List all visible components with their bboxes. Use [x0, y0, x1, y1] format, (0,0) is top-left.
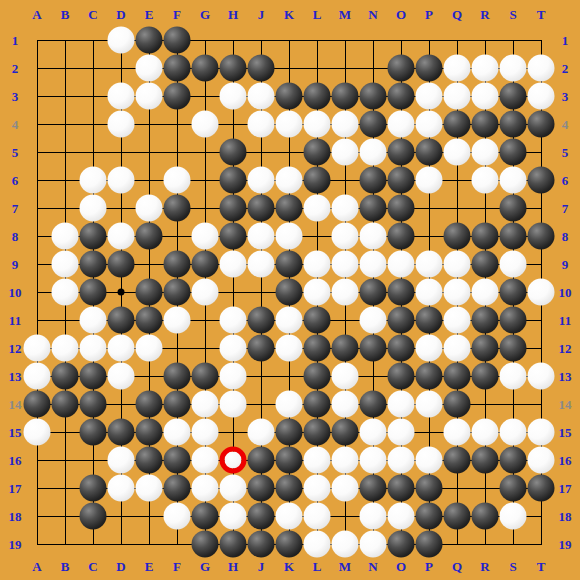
- white-stone-C12[interactable]: [80, 335, 107, 362]
- black-stone-S12[interactable]: [500, 335, 527, 362]
- white-stone-N19[interactable]: [360, 531, 387, 558]
- white-stone-O16[interactable]: [388, 447, 415, 474]
- white-stone-E12[interactable]: [136, 335, 163, 362]
- white-stone-P4[interactable]: [416, 111, 443, 138]
- black-stone-J19[interactable]: [248, 531, 275, 558]
- black-stone-O19[interactable]: [388, 531, 415, 558]
- black-stone-J17[interactable]: [248, 475, 275, 502]
- row-label-left: 15: [9, 426, 22, 439]
- black-stone-F1[interactable]: [164, 27, 191, 54]
- white-stone-T15[interactable]: [528, 419, 555, 446]
- black-stone-M3[interactable]: [332, 83, 359, 110]
- white-stone-M14[interactable]: [332, 391, 359, 418]
- white-stone-L18[interactable]: [304, 503, 331, 530]
- white-stone-Q10[interactable]: [444, 279, 471, 306]
- row-label-left: 1: [12, 34, 19, 47]
- column-label-top: M: [339, 8, 351, 21]
- white-stone-Q2[interactable]: [444, 55, 471, 82]
- white-stone-N9[interactable]: [360, 251, 387, 278]
- white-stone-N8[interactable]: [360, 223, 387, 250]
- black-stone-P17[interactable]: [416, 475, 443, 502]
- black-stone-F17[interactable]: [164, 475, 191, 502]
- black-stone-N3[interactable]: [360, 83, 387, 110]
- row-label-right: 16: [559, 454, 572, 467]
- white-stone-F11[interactable]: [164, 307, 191, 334]
- white-stone-J3[interactable]: [248, 83, 275, 110]
- black-stone-C17[interactable]: [80, 475, 107, 502]
- white-stone-K11[interactable]: [276, 307, 303, 334]
- black-stone-R13[interactable]: [472, 363, 499, 390]
- row-label-left: 13: [9, 370, 22, 383]
- black-stone-K9[interactable]: [276, 251, 303, 278]
- white-stone-Q9[interactable]: [444, 251, 471, 278]
- white-stone-M7[interactable]: [332, 195, 359, 222]
- white-stone-N5[interactable]: [360, 139, 387, 166]
- white-stone-N18[interactable]: [360, 503, 387, 530]
- black-stone-O7[interactable]: [388, 195, 415, 222]
- column-label-top: B: [61, 8, 70, 21]
- white-stone-F18[interactable]: [164, 503, 191, 530]
- white-stone-B9[interactable]: [52, 251, 79, 278]
- black-stone-C18[interactable]: [80, 503, 107, 530]
- white-stone-D12[interactable]: [108, 335, 135, 362]
- black-stone-T6[interactable]: [528, 167, 555, 194]
- black-stone-K17[interactable]: [276, 475, 303, 502]
- row-label-left: 3: [12, 90, 19, 103]
- white-stone-P12[interactable]: [416, 335, 443, 362]
- column-label-bottom: A: [32, 560, 41, 573]
- black-stone-E14[interactable]: [136, 391, 163, 418]
- white-stone-G4[interactable]: [192, 111, 219, 138]
- black-stone-E16[interactable]: [136, 447, 163, 474]
- white-stone-M5[interactable]: [332, 139, 359, 166]
- white-stone-K6[interactable]: [276, 167, 303, 194]
- white-stone-J15[interactable]: [248, 419, 275, 446]
- black-stone-P2[interactable]: [416, 55, 443, 82]
- column-label-top: K: [284, 8, 294, 21]
- white-stone-L7[interactable]: [304, 195, 331, 222]
- white-stone-L17[interactable]: [304, 475, 331, 502]
- black-stone-C13[interactable]: [80, 363, 107, 390]
- white-stone-G10[interactable]: [192, 279, 219, 306]
- black-stone-K3[interactable]: [276, 83, 303, 110]
- black-stone-Q16[interactable]: [444, 447, 471, 474]
- white-stone-M19[interactable]: [332, 531, 359, 558]
- white-stone-N15[interactable]: [360, 419, 387, 446]
- black-stone-D11[interactable]: [108, 307, 135, 334]
- white-stone-A15[interactable]: [24, 419, 51, 446]
- column-label-bottom: S: [509, 560, 516, 573]
- black-stone-E15[interactable]: [136, 419, 163, 446]
- black-stone-N12[interactable]: [360, 335, 387, 362]
- white-stone-S9[interactable]: [500, 251, 527, 278]
- black-stone-G18[interactable]: [192, 503, 219, 530]
- black-stone-O5[interactable]: [388, 139, 415, 166]
- column-label-bottom: D: [116, 560, 125, 573]
- black-stone-C9[interactable]: [80, 251, 107, 278]
- white-stone-G16[interactable]: [192, 447, 219, 474]
- black-stone-F14[interactable]: [164, 391, 191, 418]
- column-label-bottom: E: [145, 560, 154, 573]
- white-stone-D8[interactable]: [108, 223, 135, 250]
- white-stone-E17[interactable]: [136, 475, 163, 502]
- black-stone-P11[interactable]: [416, 307, 443, 334]
- row-label-right: 4: [562, 118, 569, 131]
- column-label-top: L: [313, 8, 322, 21]
- black-stone-J11[interactable]: [248, 307, 275, 334]
- column-label-top: D: [116, 8, 125, 21]
- column-label-top: H: [228, 8, 238, 21]
- black-stone-S4[interactable]: [500, 111, 527, 138]
- white-stone-A12[interactable]: [24, 335, 51, 362]
- row-label-right: 10: [559, 286, 572, 299]
- white-stone-G8[interactable]: [192, 223, 219, 250]
- black-stone-E10[interactable]: [136, 279, 163, 306]
- black-stone-H5[interactable]: [220, 139, 247, 166]
- white-stone-M10[interactable]: [332, 279, 359, 306]
- white-stone-Q11[interactable]: [444, 307, 471, 334]
- black-stone-F10[interactable]: [164, 279, 191, 306]
- white-stone-P9[interactable]: [416, 251, 443, 278]
- black-stone-T8[interactable]: [528, 223, 555, 250]
- black-stone-D15[interactable]: [108, 419, 135, 446]
- white-stone-Q15[interactable]: [444, 419, 471, 446]
- white-stone-M8[interactable]: [332, 223, 359, 250]
- white-stone-A13[interactable]: [24, 363, 51, 390]
- white-stone-H18[interactable]: [220, 503, 247, 530]
- row-label-left: 12: [9, 342, 22, 355]
- white-stone-L16[interactable]: [304, 447, 331, 474]
- row-label-right: 9: [562, 258, 569, 271]
- black-stone-G2[interactable]: [192, 55, 219, 82]
- black-stone-N10[interactable]: [360, 279, 387, 306]
- white-stone-B12[interactable]: [52, 335, 79, 362]
- black-stone-C15[interactable]: [80, 419, 107, 446]
- black-stone-O2[interactable]: [388, 55, 415, 82]
- row-label-left: 5: [12, 146, 19, 159]
- black-stone-H7[interactable]: [220, 195, 247, 222]
- white-stone-Q12[interactable]: [444, 335, 471, 362]
- white-stone-J8[interactable]: [248, 223, 275, 250]
- white-stone-P10[interactable]: [416, 279, 443, 306]
- white-stone-R5[interactable]: [472, 139, 499, 166]
- row-label-right: 2: [562, 62, 569, 75]
- black-stone-L6[interactable]: [304, 167, 331, 194]
- white-stone-K4[interactable]: [276, 111, 303, 138]
- black-stone-O12[interactable]: [388, 335, 415, 362]
- white-stone-K14[interactable]: [276, 391, 303, 418]
- column-label-top: J: [258, 8, 265, 21]
- black-stone-C10[interactable]: [80, 279, 107, 306]
- column-label-bottom: T: [537, 560, 546, 573]
- column-label-bottom: F: [173, 560, 181, 573]
- black-stone-R11[interactable]: [472, 307, 499, 334]
- go-board[interactable]: AABBCCDDEEFFGGHHJJKKLLMMNNOOPPQQRRSSTT11…: [0, 0, 580, 580]
- black-stone-N6[interactable]: [360, 167, 387, 194]
- white-stone-S13[interactable]: [500, 363, 527, 390]
- column-label-bottom: R: [480, 560, 489, 573]
- white-stone-P3[interactable]: [416, 83, 443, 110]
- white-stone-T2[interactable]: [528, 55, 555, 82]
- black-stone-C14[interactable]: [80, 391, 107, 418]
- column-label-top: S: [509, 8, 516, 21]
- white-stone-L19[interactable]: [304, 531, 331, 558]
- black-stone-Q18[interactable]: [444, 503, 471, 530]
- black-stone-O8[interactable]: [388, 223, 415, 250]
- white-stone-S2[interactable]: [500, 55, 527, 82]
- column-label-top: N: [368, 8, 377, 21]
- black-stone-P19[interactable]: [416, 531, 443, 558]
- black-stone-M15[interactable]: [332, 419, 359, 446]
- black-stone-E11[interactable]: [136, 307, 163, 334]
- white-stone-R10[interactable]: [472, 279, 499, 306]
- white-stone-G17[interactable]: [192, 475, 219, 502]
- black-stone-O10[interactable]: [388, 279, 415, 306]
- white-stone-H12[interactable]: [220, 335, 247, 362]
- black-stone-H2[interactable]: [220, 55, 247, 82]
- black-stone-A14[interactable]: [24, 391, 51, 418]
- column-label-bottom: P: [425, 560, 433, 573]
- white-stone-O15[interactable]: [388, 419, 415, 446]
- black-stone-G13[interactable]: [192, 363, 219, 390]
- black-stone-K15[interactable]: [276, 419, 303, 446]
- black-stone-S17[interactable]: [500, 475, 527, 502]
- black-stone-J12[interactable]: [248, 335, 275, 362]
- black-stone-H19[interactable]: [220, 531, 247, 558]
- black-stone-K7[interactable]: [276, 195, 303, 222]
- black-stone-F16[interactable]: [164, 447, 191, 474]
- black-stone-S11[interactable]: [500, 307, 527, 334]
- white-stone-T3[interactable]: [528, 83, 555, 110]
- black-stone-S16[interactable]: [500, 447, 527, 474]
- black-stone-F9[interactable]: [164, 251, 191, 278]
- black-stone-R4[interactable]: [472, 111, 499, 138]
- black-stone-O3[interactable]: [388, 83, 415, 110]
- column-label-bottom: G: [200, 560, 210, 573]
- black-stone-R16[interactable]: [472, 447, 499, 474]
- white-stone-M9[interactable]: [332, 251, 359, 278]
- black-stone-R18[interactable]: [472, 503, 499, 530]
- column-label-top: A: [32, 8, 41, 21]
- black-stone-M12[interactable]: [332, 335, 359, 362]
- black-stone-N4[interactable]: [360, 111, 387, 138]
- white-stone-J6[interactable]: [248, 167, 275, 194]
- black-stone-J2[interactable]: [248, 55, 275, 82]
- black-stone-D9[interactable]: [108, 251, 135, 278]
- black-stone-G19[interactable]: [192, 531, 219, 558]
- white-stone-H13[interactable]: [220, 363, 247, 390]
- black-stone-S5[interactable]: [500, 139, 527, 166]
- white-stone-T16[interactable]: [528, 447, 555, 474]
- white-stone-L4[interactable]: [304, 111, 331, 138]
- row-label-left: 7: [12, 202, 19, 215]
- white-stone-R6[interactable]: [472, 167, 499, 194]
- white-stone-E2[interactable]: [136, 55, 163, 82]
- white-stone-D1[interactable]: [108, 27, 135, 54]
- white-stone-E3[interactable]: [136, 83, 163, 110]
- black-stone-K16[interactable]: [276, 447, 303, 474]
- column-label-bottom: J: [258, 560, 265, 573]
- white-stone-S6[interactable]: [500, 167, 527, 194]
- white-stone-D4[interactable]: [108, 111, 135, 138]
- white-stone-P14[interactable]: [416, 391, 443, 418]
- black-stone-H8[interactable]: [220, 223, 247, 250]
- white-stone-C6[interactable]: [80, 167, 107, 194]
- column-label-top: C: [88, 8, 97, 21]
- black-stone-J18[interactable]: [248, 503, 275, 530]
- white-stone-H3[interactable]: [220, 83, 247, 110]
- black-stone-R9[interactable]: [472, 251, 499, 278]
- white-stone-S18[interactable]: [500, 503, 527, 530]
- column-label-bottom: C: [88, 560, 97, 573]
- black-stone-L12[interactable]: [304, 335, 331, 362]
- black-stone-F3[interactable]: [164, 83, 191, 110]
- black-stone-Q13[interactable]: [444, 363, 471, 390]
- black-stone-Q14[interactable]: [444, 391, 471, 418]
- row-label-right: 11: [559, 314, 571, 327]
- column-label-bottom: M: [339, 560, 351, 573]
- black-stone-L15[interactable]: [304, 419, 331, 446]
- white-stone-C7[interactable]: [80, 195, 107, 222]
- white-stone-L9[interactable]: [304, 251, 331, 278]
- black-stone-S10[interactable]: [500, 279, 527, 306]
- white-stone-K18[interactable]: [276, 503, 303, 530]
- row-label-left: 17: [9, 482, 22, 495]
- black-stone-G9[interactable]: [192, 251, 219, 278]
- white-stone-O18[interactable]: [388, 503, 415, 530]
- white-stone-O14[interactable]: [388, 391, 415, 418]
- white-stone-K8[interactable]: [276, 223, 303, 250]
- white-stone-F15[interactable]: [164, 419, 191, 446]
- row-label-right: 18: [559, 510, 572, 523]
- black-stone-P18[interactable]: [416, 503, 443, 530]
- black-stone-O6[interactable]: [388, 167, 415, 194]
- white-stone-Q5[interactable]: [444, 139, 471, 166]
- white-stone-H14[interactable]: [220, 391, 247, 418]
- column-label-top: F: [173, 8, 181, 21]
- white-stone-K12[interactable]: [276, 335, 303, 362]
- white-stone-C11[interactable]: [80, 307, 107, 334]
- white-stone-M4[interactable]: [332, 111, 359, 138]
- row-label-right: 5: [562, 146, 569, 159]
- white-stone-M16[interactable]: [332, 447, 359, 474]
- black-stone-O11[interactable]: [388, 307, 415, 334]
- row-label-left: 9: [12, 258, 19, 271]
- black-stone-B14[interactable]: [52, 391, 79, 418]
- black-stone-F2[interactable]: [164, 55, 191, 82]
- black-stone-S8[interactable]: [500, 223, 527, 250]
- white-stone-B10[interactable]: [52, 279, 79, 306]
- black-stone-L3[interactable]: [304, 83, 331, 110]
- white-stone-F6[interactable]: [164, 167, 191, 194]
- white-stone-N11[interactable]: [360, 307, 387, 334]
- row-label-left: 4: [12, 118, 19, 131]
- black-stone-F7[interactable]: [164, 195, 191, 222]
- black-stone-E8[interactable]: [136, 223, 163, 250]
- black-stone-H6[interactable]: [220, 167, 247, 194]
- column-label-bottom: B: [61, 560, 70, 573]
- black-stone-K10[interactable]: [276, 279, 303, 306]
- white-stone-J4[interactable]: [248, 111, 275, 138]
- black-stone-O13[interactable]: [388, 363, 415, 390]
- white-stone-D16[interactable]: [108, 447, 135, 474]
- white-stone-D6[interactable]: [108, 167, 135, 194]
- column-label-bottom: L: [313, 560, 322, 573]
- white-stone-G14[interactable]: [192, 391, 219, 418]
- white-stone-M17[interactable]: [332, 475, 359, 502]
- white-stone-H11[interactable]: [220, 307, 247, 334]
- black-stone-E1[interactable]: [136, 27, 163, 54]
- white-stone-H17[interactable]: [220, 475, 247, 502]
- white-stone-O4[interactable]: [388, 111, 415, 138]
- white-stone-J9[interactable]: [248, 251, 275, 278]
- white-stone-R2[interactable]: [472, 55, 499, 82]
- column-label-bottom: N: [368, 560, 377, 573]
- black-stone-P5[interactable]: [416, 139, 443, 166]
- white-stone-N16[interactable]: [360, 447, 387, 474]
- black-stone-F13[interactable]: [164, 363, 191, 390]
- black-stone-C8[interactable]: [80, 223, 107, 250]
- black-stone-L14[interactable]: [304, 391, 331, 418]
- column-label-bottom: O: [396, 560, 406, 573]
- black-stone-J7[interactable]: [248, 195, 275, 222]
- black-stone-N17[interactable]: [360, 475, 387, 502]
- black-stone-J16[interactable]: [248, 447, 275, 474]
- white-stone-P6[interactable]: [416, 167, 443, 194]
- black-stone-Q4[interactable]: [444, 111, 471, 138]
- black-stone-S7[interactable]: [500, 195, 527, 222]
- white-stone-H9[interactable]: [220, 251, 247, 278]
- white-stone-E7[interactable]: [136, 195, 163, 222]
- white-stone-P16[interactable]: [416, 447, 443, 474]
- black-stone-R12[interactable]: [472, 335, 499, 362]
- row-label-left: 2: [12, 62, 19, 75]
- black-stone-T4[interactable]: [528, 111, 555, 138]
- row-label-left: 8: [12, 230, 19, 243]
- white-stone-S15[interactable]: [500, 419, 527, 446]
- white-stone-D13[interactable]: [108, 363, 135, 390]
- marked-last-move-stone-H16[interactable]: [220, 447, 247, 474]
- black-stone-L13[interactable]: [304, 363, 331, 390]
- black-stone-L5[interactable]: [304, 139, 331, 166]
- white-stone-Q3[interactable]: [444, 83, 471, 110]
- white-stone-M13[interactable]: [332, 363, 359, 390]
- black-stone-T17[interactable]: [528, 475, 555, 502]
- white-stone-D17[interactable]: [108, 475, 135, 502]
- white-stone-D3[interactable]: [108, 83, 135, 110]
- black-stone-B13[interactable]: [52, 363, 79, 390]
- black-stone-R8[interactable]: [472, 223, 499, 250]
- white-stone-L10[interactable]: [304, 279, 331, 306]
- black-stone-K19[interactable]: [276, 531, 303, 558]
- white-stone-B8[interactable]: [52, 223, 79, 250]
- black-stone-N14[interactable]: [360, 391, 387, 418]
- black-stone-Q8[interactable]: [444, 223, 471, 250]
- white-stone-R3[interactable]: [472, 83, 499, 110]
- black-stone-O17[interactable]: [388, 475, 415, 502]
- black-stone-P13[interactable]: [416, 363, 443, 390]
- white-stone-T13[interactable]: [528, 363, 555, 390]
- white-stone-R15[interactable]: [472, 419, 499, 446]
- white-stone-T10[interactable]: [528, 279, 555, 306]
- white-stone-O9[interactable]: [388, 251, 415, 278]
- black-stone-S3[interactable]: [500, 83, 527, 110]
- row-label-right: 8: [562, 230, 569, 243]
- white-stone-G15[interactable]: [192, 419, 219, 446]
- black-stone-N7[interactable]: [360, 195, 387, 222]
- black-stone-L11[interactable]: [304, 307, 331, 334]
- row-label-right: 12: [559, 342, 572, 355]
